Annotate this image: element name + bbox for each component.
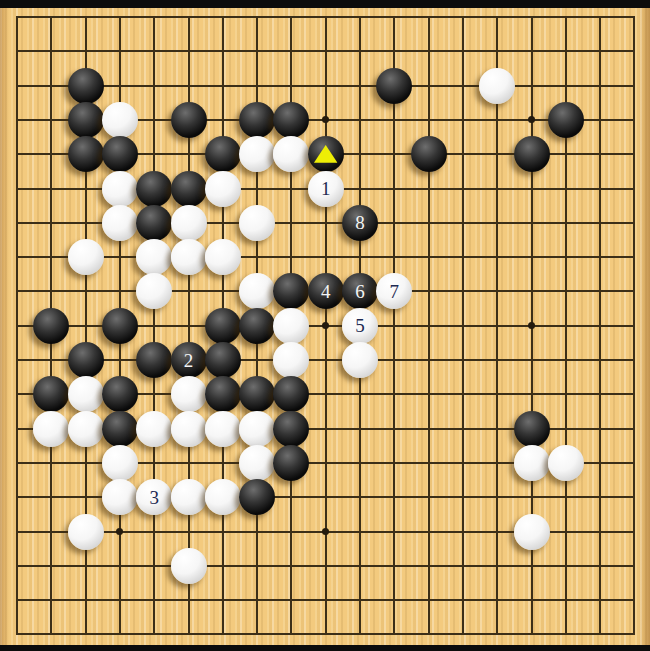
white-stone[interactable] <box>102 102 138 138</box>
black-stone[interactable] <box>514 136 550 172</box>
star-point <box>322 116 329 123</box>
board-bottom-edge-bar <box>0 645 650 651</box>
black-stone[interactable] <box>205 308 241 344</box>
white-stone[interactable] <box>171 411 207 447</box>
white-stone[interactable] <box>68 411 104 447</box>
white-stone[interactable] <box>102 171 138 207</box>
black-stone[interactable] <box>68 342 104 378</box>
white-stone[interactable] <box>205 239 241 275</box>
black-stone[interactable] <box>171 102 207 138</box>
white-stone[interactable] <box>205 411 241 447</box>
white-stone[interactable] <box>171 376 207 412</box>
white-stone[interactable] <box>136 239 172 275</box>
grid-line-horizontal <box>16 565 635 567</box>
grid-line-vertical <box>633 16 635 635</box>
white-stone[interactable] <box>239 273 275 309</box>
black-stone[interactable] <box>239 308 275 344</box>
white-stone[interactable] <box>239 411 275 447</box>
grid-line-horizontal <box>16 599 635 601</box>
white-stone[interactable] <box>102 205 138 241</box>
white-stone[interactable] <box>514 514 550 550</box>
star-point <box>322 528 329 535</box>
black-stone[interactable] <box>171 171 207 207</box>
white-stone[interactable] <box>171 479 207 515</box>
black-stone[interactable] <box>205 376 241 412</box>
black-stone[interactable] <box>239 479 275 515</box>
white-stone[interactable] <box>479 68 515 104</box>
board-top-edge-bar <box>0 0 650 8</box>
white-stone[interactable] <box>273 136 309 172</box>
star-point <box>116 528 123 535</box>
black-stone[interactable] <box>102 411 138 447</box>
move-number-label: 8 <box>342 205 378 241</box>
star-point <box>528 116 535 123</box>
black-stone[interactable] <box>273 273 309 309</box>
white-stone[interactable]: 5 <box>342 308 378 344</box>
white-stone[interactable] <box>68 239 104 275</box>
black-stone[interactable] <box>376 68 412 104</box>
star-point <box>322 322 329 329</box>
black-stone[interactable] <box>273 411 309 447</box>
white-stone[interactable] <box>205 171 241 207</box>
black-stone[interactable]: 4 <box>308 273 344 309</box>
grid-line-horizontal <box>16 633 635 635</box>
black-stone[interactable]: 2 <box>171 342 207 378</box>
grid-line-horizontal <box>16 359 635 361</box>
black-stone[interactable] <box>102 308 138 344</box>
white-stone[interactable] <box>239 445 275 481</box>
black-stone[interactable] <box>308 136 344 172</box>
black-stone[interactable] <box>514 411 550 447</box>
black-stone[interactable] <box>205 342 241 378</box>
go-diagram-page: { "game": "Go (19x19 board, mid-game dia… <box>0 0 650 651</box>
white-stone[interactable] <box>239 205 275 241</box>
black-stone[interactable] <box>273 445 309 481</box>
move-number-label: 7 <box>376 273 412 309</box>
black-stone[interactable] <box>239 102 275 138</box>
white-stone[interactable] <box>68 376 104 412</box>
black-stone[interactable] <box>102 376 138 412</box>
white-stone[interactable] <box>514 445 550 481</box>
white-stone[interactable] <box>171 548 207 584</box>
white-stone[interactable] <box>102 479 138 515</box>
move-number-label: 3 <box>136 479 172 515</box>
white-stone[interactable] <box>136 273 172 309</box>
black-stone[interactable] <box>33 376 69 412</box>
move-number-label: 5 <box>342 308 378 344</box>
white-stone[interactable] <box>102 445 138 481</box>
white-stone[interactable] <box>239 136 275 172</box>
white-stone[interactable]: 3 <box>136 479 172 515</box>
white-stone[interactable] <box>171 205 207 241</box>
black-stone[interactable] <box>273 102 309 138</box>
black-stone[interactable]: 8 <box>342 205 378 241</box>
grid-line-vertical <box>428 16 430 635</box>
move-number-label: 1 <box>308 171 344 207</box>
black-stone[interactable] <box>33 308 69 344</box>
black-stone[interactable] <box>411 136 447 172</box>
go-board[interactable]: 18467523 <box>0 0 650 651</box>
white-stone[interactable] <box>342 342 378 378</box>
white-stone[interactable]: 1 <box>308 171 344 207</box>
star-point <box>528 322 535 329</box>
black-stone[interactable] <box>136 205 172 241</box>
grid-line-vertical <box>496 16 498 635</box>
move-number-label: 2 <box>171 342 207 378</box>
white-stone[interactable] <box>68 514 104 550</box>
black-stone[interactable] <box>102 136 138 172</box>
white-stone[interactable] <box>33 411 69 447</box>
black-stone[interactable] <box>136 342 172 378</box>
move-number-label: 4 <box>308 273 344 309</box>
black-stone[interactable] <box>68 136 104 172</box>
black-stone[interactable] <box>239 376 275 412</box>
white-stone[interactable]: 7 <box>376 273 412 309</box>
grid-line-vertical <box>599 16 601 635</box>
black-stone[interactable] <box>68 102 104 138</box>
black-stone[interactable] <box>68 68 104 104</box>
white-stone[interactable] <box>273 308 309 344</box>
black-stone[interactable] <box>136 171 172 207</box>
white-stone[interactable] <box>171 239 207 275</box>
white-stone[interactable] <box>548 445 584 481</box>
white-stone[interactable] <box>136 411 172 447</box>
black-stone[interactable]: 6 <box>342 273 378 309</box>
triangle-marker-icon <box>313 144 338 163</box>
black-stone[interactable] <box>205 136 241 172</box>
white-stone[interactable] <box>205 479 241 515</box>
grid-line-vertical <box>462 16 464 635</box>
white-stone[interactable] <box>273 342 309 378</box>
black-stone[interactable] <box>273 376 309 412</box>
move-number-label: 6 <box>342 273 378 309</box>
black-stone[interactable] <box>548 102 584 138</box>
grid-line-vertical <box>393 16 395 635</box>
